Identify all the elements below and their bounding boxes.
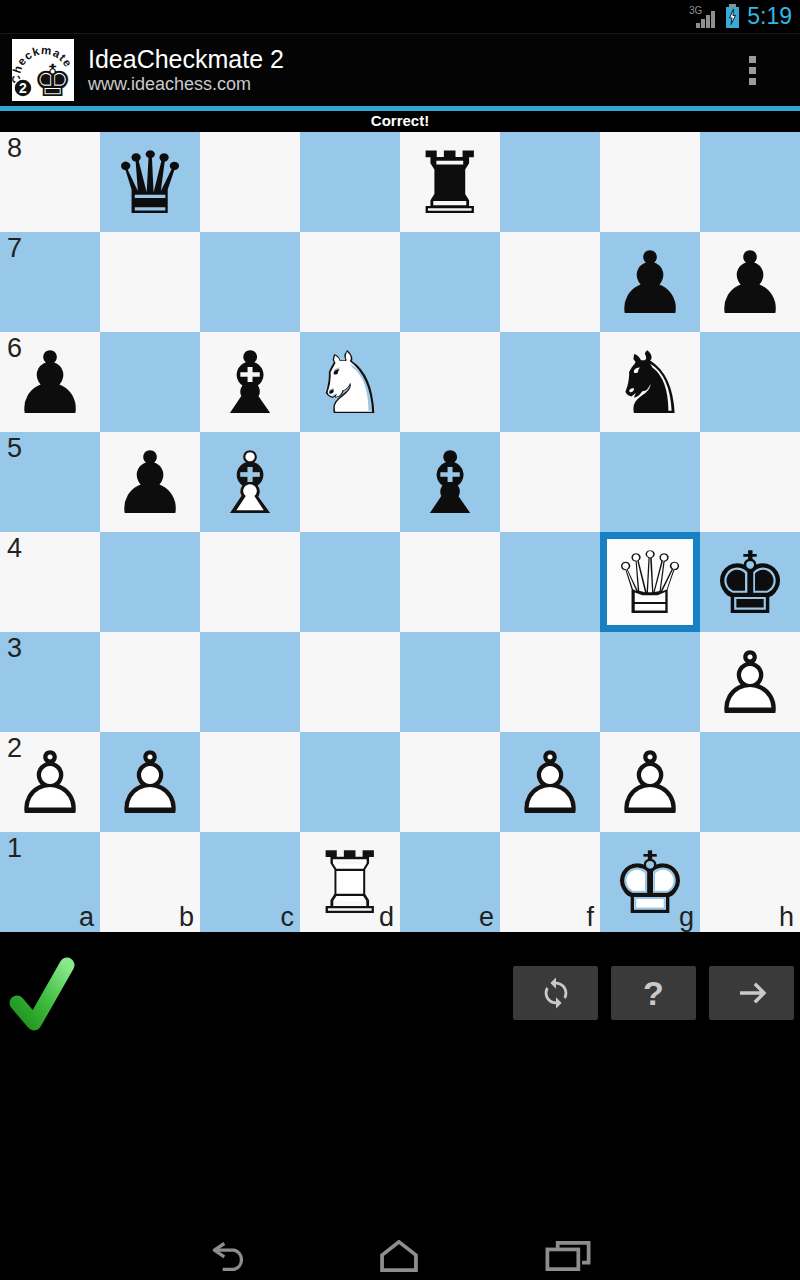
square-g4[interactable]: ♛♕	[600, 532, 700, 632]
home-icon	[375, 1240, 423, 1272]
square-e6[interactable]	[400, 332, 500, 432]
status-bar: 3G 5:19	[0, 0, 800, 33]
recents-button[interactable]	[545, 1241, 591, 1271]
white-knight: ♞♘	[300, 332, 400, 432]
svg-text:3G: 3G	[689, 5, 703, 16]
rank-label-7: 7	[7, 235, 22, 262]
clock: 5:19	[747, 0, 792, 33]
square-d4[interactable]	[300, 532, 400, 632]
black-pawn: ♟	[0, 332, 100, 432]
file-label-e: e	[400, 904, 494, 931]
retry-button[interactable]	[513, 966, 598, 1020]
black-pawn: ♟	[700, 232, 800, 332]
white-bishop: ♝♗	[200, 432, 300, 532]
square-e5[interactable]: ♝	[400, 432, 500, 532]
black-knight: ♞	[600, 332, 700, 432]
square-e3[interactable]	[400, 632, 500, 732]
square-f5[interactable]	[500, 432, 600, 532]
bottom-panel: ?	[0, 932, 800, 1280]
square-f2[interactable]: ♟♙	[500, 732, 600, 832]
arrow-right-icon	[735, 976, 769, 1010]
black-pawn: ♟	[100, 432, 200, 532]
square-c6[interactable]: ♝	[200, 332, 300, 432]
next-button[interactable]	[709, 966, 794, 1020]
square-c5[interactable]: ♝♗	[200, 432, 300, 532]
square-c8[interactable]	[200, 132, 300, 232]
square-c7[interactable]	[200, 232, 300, 332]
screen: 3G 5:19 Checkmate ♚ 2 Ide	[0, 0, 800, 1280]
square-a6[interactable]: ♟	[0, 332, 100, 432]
rank-label-5: 5	[7, 435, 22, 462]
square-d1[interactable]: ♜♖	[300, 832, 400, 932]
question-mark-icon: ?	[643, 974, 664, 1013]
rank-label-4: 4	[7, 535, 22, 562]
recents-icon	[545, 1241, 591, 1271]
hint-button[interactable]: ?	[611, 966, 696, 1020]
file-label-f: f	[500, 904, 594, 931]
app-icon: Checkmate ♚ 2	[12, 39, 74, 101]
black-rook: ♜	[400, 132, 500, 232]
square-h8[interactable]	[700, 132, 800, 232]
square-g2[interactable]: ♟♙	[600, 732, 700, 832]
signal-3g-icon: 3G	[688, 4, 718, 30]
square-h4[interactable]: ♚	[700, 532, 800, 632]
refresh-icon	[539, 976, 573, 1010]
square-b4[interactable]	[100, 532, 200, 632]
square-g3[interactable]	[600, 632, 700, 732]
file-label-a: a	[0, 904, 94, 931]
square-d5[interactable]	[300, 432, 400, 532]
correct-checkmark-icon	[8, 954, 76, 1038]
black-bishop: ♝	[200, 332, 300, 432]
app-title: IdeaCheckmate 2	[88, 45, 284, 73]
svg-text:2: 2	[19, 80, 27, 96]
square-e2[interactable]	[400, 732, 500, 832]
white-pawn: ♟♙	[600, 732, 700, 832]
battery-charging-icon	[724, 3, 741, 30]
square-f8[interactable]	[500, 132, 600, 232]
file-label-c: c	[200, 904, 294, 931]
white-pawn: ♟♙	[700, 632, 800, 732]
chess-board: ♛♜♟♟♟♝♞♘♞♟♝♗♝♛♕♚♟♙♟♙♟♙♟♙♟♙♜♖♚♔87654321ab…	[0, 132, 800, 932]
app-subtitle: www.ideachess.com	[88, 73, 284, 95]
square-h7[interactable]: ♟	[700, 232, 800, 332]
square-f7[interactable]	[500, 232, 600, 332]
square-e7[interactable]	[400, 232, 500, 332]
square-c4[interactable]	[200, 532, 300, 632]
file-label-h: h	[700, 904, 794, 931]
square-d2[interactable]	[300, 732, 400, 832]
square-g7[interactable]: ♟	[600, 232, 700, 332]
back-button[interactable]	[209, 1241, 253, 1271]
square-e4[interactable]	[400, 532, 500, 632]
square-h6[interactable]	[700, 332, 800, 432]
black-queen: ♛	[100, 132, 200, 232]
square-g8[interactable]	[600, 132, 700, 232]
square-e8[interactable]: ♜	[400, 132, 500, 232]
square-b6[interactable]	[100, 332, 200, 432]
result-banner: Correct!	[0, 111, 800, 132]
black-king-logo-icon: ♚	[33, 55, 72, 101]
square-b5[interactable]: ♟	[100, 432, 200, 532]
black-pawn: ♟	[600, 232, 700, 332]
white-pawn: ♟♙	[0, 732, 100, 832]
square-d6[interactable]: ♞♘	[300, 332, 400, 432]
rank-label-1: 1	[7, 835, 22, 862]
overflow-menu-button[interactable]	[732, 34, 772, 106]
square-f6[interactable]	[500, 332, 600, 432]
home-button[interactable]	[375, 1240, 423, 1272]
rank-label-8: 8	[7, 135, 22, 162]
square-f4[interactable]	[500, 532, 600, 632]
square-b7[interactable]	[100, 232, 200, 332]
square-c3[interactable]	[200, 632, 300, 732]
square-h2[interactable]	[700, 732, 800, 832]
white-king: ♚♔	[600, 832, 700, 932]
square-h5[interactable]	[700, 432, 800, 532]
square-d7[interactable]	[300, 232, 400, 332]
square-b8[interactable]: ♛	[100, 132, 200, 232]
black-bishop: ♝	[400, 432, 500, 532]
back-icon	[209, 1241, 253, 1271]
white-pawn: ♟♙	[100, 732, 200, 832]
white-rook: ♜♖	[300, 832, 400, 932]
rank-label-3: 3	[7, 635, 22, 662]
navigation-bar	[0, 1231, 800, 1280]
square-g6[interactable]: ♞	[600, 332, 700, 432]
app-bar: Checkmate ♚ 2 IdeaCheckmate 2 www.ideach…	[0, 33, 800, 106]
square-c2[interactable]	[200, 732, 300, 832]
square-d3[interactable]	[300, 632, 400, 732]
black-king: ♚	[700, 532, 800, 632]
square-b2[interactable]: ♟♙	[100, 732, 200, 832]
square-d8[interactable]	[300, 132, 400, 232]
square-b3[interactable]	[100, 632, 200, 732]
square-h3[interactable]: ♟♙	[700, 632, 800, 732]
white-queen: ♛♕	[600, 532, 700, 632]
white-pawn: ♟♙	[500, 732, 600, 832]
square-a2[interactable]: ♟♙	[0, 732, 100, 832]
square-g5[interactable]	[600, 432, 700, 532]
square-f3[interactable]	[500, 632, 600, 732]
file-label-b: b	[100, 904, 194, 931]
square-g1[interactable]: ♚♔	[600, 832, 700, 932]
